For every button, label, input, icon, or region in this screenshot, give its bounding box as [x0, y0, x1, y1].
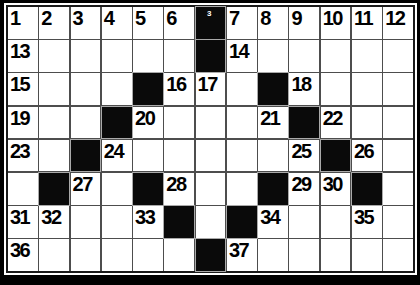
cell-r2c13[interactable] — [383, 40, 413, 72]
cell-r5c7[interactable] — [196, 140, 226, 172]
cell-r7c3[interactable] — [71, 206, 101, 238]
cell-r4c1[interactable]: 19 — [8, 107, 38, 139]
cell-r2c12[interactable] — [352, 40, 382, 72]
crossword-grid: 1234563789101112131415161718192021222324… — [6, 5, 415, 273]
cell-r4c5[interactable]: 20 — [133, 107, 163, 139]
cell-r3c10[interactable]: 18 — [289, 73, 319, 105]
cell-r2c6[interactable] — [164, 40, 194, 72]
clue-number-13: 13 — [10, 41, 29, 61]
cell-r4c6[interactable] — [164, 107, 194, 139]
cell-r4c7[interactable] — [196, 107, 226, 139]
clue-number-37: 37 — [229, 240, 248, 260]
cell-r8c3[interactable] — [71, 239, 101, 271]
cell-r7c5[interactable]: 33 — [133, 206, 163, 238]
clue-number-11: 11 — [354, 8, 372, 28]
clue-number-14: 14 — [229, 41, 248, 61]
cell-r8c1[interactable]: 36 — [8, 239, 38, 271]
cell-r8c6[interactable] — [164, 239, 194, 271]
clue-number-32: 32 — [41, 207, 60, 227]
clue-number-33: 33 — [135, 207, 154, 227]
cell-r8c11[interactable] — [321, 239, 351, 271]
cell-r3c7[interactable]: 17 — [196, 73, 226, 105]
cell-r4c3[interactable] — [71, 107, 101, 139]
cell-r2c3[interactable] — [71, 40, 101, 72]
cell-r6c7[interactable] — [196, 173, 226, 205]
clue-number-9: 9 — [291, 8, 301, 28]
cell-r8c8[interactable]: 37 — [227, 239, 257, 271]
crossword-frame: 1234563789101112131415161718192021222324… — [0, 0, 420, 285]
cell-r6c11[interactable]: 30 — [321, 173, 351, 205]
clue-number-26: 26 — [354, 141, 373, 161]
black-cell-r7c6 — [164, 206, 194, 238]
clue-number-4: 4 — [104, 8, 114, 28]
cell-r2c5[interactable] — [133, 40, 163, 72]
cell-r3c13[interactable] — [383, 73, 413, 105]
clue-number-5: 5 — [135, 8, 145, 28]
cell-r5c5[interactable] — [133, 140, 163, 172]
cell-r1c3[interactable]: 3 — [71, 7, 101, 39]
black-cell-r3c5 — [133, 73, 163, 105]
clue-number-23: 23 — [10, 141, 29, 161]
cell-r6c13[interactable] — [383, 173, 413, 205]
black-cell-r8c7 — [196, 239, 226, 271]
cell-r5c6[interactable] — [164, 140, 194, 172]
clue-number-30: 30 — [323, 174, 342, 194]
clue-number-20: 20 — [135, 108, 154, 128]
clue-number-6: 6 — [166, 8, 176, 28]
cell-r5c12[interactable]: 26 — [352, 140, 382, 172]
black-cell-r3c9 — [258, 73, 288, 105]
cell-r1c12[interactable]: 11 — [352, 7, 382, 39]
clue-number-28: 28 — [166, 174, 185, 194]
cell-r1c4[interactable]: 4 — [102, 7, 132, 39]
clue-number-17: 17 — [198, 74, 217, 94]
cell-r1c6[interactable]: 6 — [164, 7, 194, 39]
cell-r8c10[interactable] — [289, 239, 319, 271]
black-cell-r4c10 — [289, 107, 319, 139]
cell-r6c8[interactable] — [227, 173, 257, 205]
clue-number-29: 29 — [291, 174, 310, 194]
cell-r3c4[interactable] — [102, 73, 132, 105]
clue-number-36: 36 — [10, 240, 29, 260]
clue-number-35: 35 — [354, 207, 373, 227]
cell-r7c9[interactable]: 34 — [258, 206, 288, 238]
cell-r6c1[interactable] — [8, 173, 38, 205]
clue-number-1: 1 — [10, 8, 20, 28]
clue-number-10: 10 — [323, 8, 342, 28]
cell-r4c12[interactable] — [352, 107, 382, 139]
cell-r1c1[interactable]: 1 — [8, 7, 38, 39]
cell-r3c8[interactable] — [227, 73, 257, 105]
cell-r7c10[interactable] — [289, 206, 319, 238]
clue-number-12: 12 — [385, 8, 404, 28]
cell-r8c5[interactable] — [133, 239, 163, 271]
cell-r5c2[interactable] — [39, 140, 69, 172]
cell-r1c5[interactable]: 5 — [133, 7, 163, 39]
black-cell-r6c5 — [133, 173, 163, 205]
clue-number-21: 21 — [260, 108, 279, 128]
clue-number-2: 2 — [41, 8, 51, 28]
clue-number-16: 16 — [166, 74, 185, 94]
cell-r1c10[interactable]: 9 — [289, 7, 319, 39]
cell-r1c8[interactable]: 7 — [227, 7, 257, 39]
clue-number-8: 8 — [260, 8, 270, 28]
cell-r8c2[interactable] — [39, 239, 69, 271]
black-cell-r7c8 — [227, 206, 257, 238]
black-cell-r6c12 — [352, 173, 382, 205]
cell-r4c11[interactable]: 22 — [321, 107, 351, 139]
cell-r8c13[interactable] — [383, 239, 413, 271]
cell-r7c12[interactable]: 35 — [352, 206, 382, 238]
cell-r7c11[interactable] — [321, 206, 351, 238]
cell-r5c9[interactable] — [258, 140, 288, 172]
clue-number-19: 19 — [10, 108, 29, 128]
cell-r4c2[interactable] — [39, 107, 69, 139]
clue-number-31: 31 — [10, 207, 29, 227]
cell-r2c9[interactable] — [258, 40, 288, 72]
cell-r8c12[interactable] — [352, 239, 382, 271]
cell-r5c10[interactable]: 25 — [289, 140, 319, 172]
cell-r1c2[interactable]: 2 — [39, 7, 69, 39]
cell-r2c8[interactable]: 14 — [227, 40, 257, 72]
cell-r4c13[interactable] — [383, 107, 413, 139]
cell-r2c2[interactable] — [39, 40, 69, 72]
cell-r2c10[interactable] — [289, 40, 319, 72]
black-cell-r6c2 — [39, 173, 69, 205]
cell-r1c9[interactable]: 8 — [258, 7, 288, 39]
cell-r4c9[interactable]: 21 — [258, 107, 288, 139]
clue-number-18: 18 — [291, 74, 310, 94]
cell-r7c4[interactable] — [102, 206, 132, 238]
clue-number-22: 22 — [323, 108, 342, 128]
cell-r7c7[interactable] — [196, 206, 226, 238]
cell-r6c10[interactable]: 29 — [289, 173, 319, 205]
cell-r2c11[interactable] — [321, 40, 351, 72]
black-cell-r5c3 — [71, 140, 101, 172]
cell-r2c1[interactable]: 13 — [8, 40, 38, 72]
clue-number-15: 15 — [10, 74, 29, 94]
cell-r1c11[interactable]: 10 — [321, 7, 351, 39]
cell-r3c6[interactable]: 16 — [164, 73, 194, 105]
clue-number-7: 7 — [229, 8, 239, 28]
cell-r7c1[interactable]: 31 — [8, 206, 38, 238]
cell-r2c4[interactable] — [102, 40, 132, 72]
black-cell-mark: 3 — [207, 10, 211, 18]
black-cell-r6c9 — [258, 173, 288, 205]
cell-r8c9[interactable] — [258, 239, 288, 271]
clue-number-27: 27 — [73, 174, 92, 194]
cell-r7c2[interactable]: 32 — [39, 206, 69, 238]
cell-r5c8[interactable] — [227, 140, 257, 172]
clue-number-34: 34 — [260, 207, 279, 227]
clue-number-24: 24 — [104, 141, 123, 161]
black-cell-r2c7 — [196, 40, 226, 72]
cell-r6c6[interactable]: 28 — [164, 173, 194, 205]
black-cell-r4c4 — [102, 107, 132, 139]
cell-r3c3[interactable] — [71, 73, 101, 105]
black-cell-r1c7: 3 — [196, 7, 226, 39]
cell-r3c2[interactable] — [39, 73, 69, 105]
cell-r1c13[interactable]: 12 — [383, 7, 413, 39]
cell-r7c13[interactable] — [383, 206, 413, 238]
cell-r4c8[interactable] — [227, 107, 257, 139]
clue-number-25: 25 — [291, 141, 310, 161]
cell-r3c12[interactable] — [352, 73, 382, 105]
cell-r6c4[interactable] — [102, 173, 132, 205]
cell-r3c1[interactable]: 15 — [8, 73, 38, 105]
black-cell-r5c11 — [321, 140, 351, 172]
crossword-mat: 1234563789101112131415161718192021222324… — [4, 3, 417, 275]
clue-number-3: 3 — [73, 8, 83, 28]
cell-r3c11[interactable] — [321, 73, 351, 105]
cell-r6c3[interactable]: 27 — [71, 173, 101, 205]
cell-r5c4[interactable]: 24 — [102, 140, 132, 172]
cell-r8c4[interactable] — [102, 239, 132, 271]
cell-r5c1[interactable]: 23 — [8, 140, 38, 172]
cell-r5c13[interactable] — [383, 140, 413, 172]
